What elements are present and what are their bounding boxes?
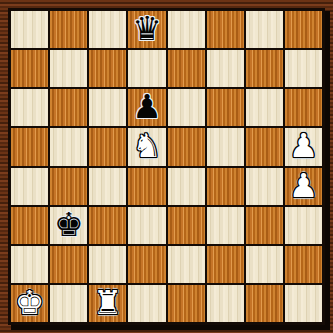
square-a3[interactable]: [11, 207, 48, 244]
square-d6[interactable]: ♟: [128, 89, 165, 126]
square-d7[interactable]: [128, 50, 165, 87]
square-a2[interactable]: [11, 246, 48, 283]
white-rook[interactable]: ♜: [93, 286, 123, 319]
square-a4[interactable]: [11, 168, 48, 205]
square-f4[interactable]: [207, 168, 244, 205]
square-f5[interactable]: [207, 128, 244, 165]
square-b8[interactable]: [50, 11, 87, 48]
white-king[interactable]: ♚: [15, 286, 45, 319]
black-queen[interactable]: ♛: [132, 12, 162, 45]
square-h7[interactable]: [285, 50, 322, 87]
square-g3[interactable]: [246, 207, 283, 244]
square-c8[interactable]: [89, 11, 126, 48]
square-c4[interactable]: [89, 168, 126, 205]
square-b4[interactable]: [50, 168, 87, 205]
square-c7[interactable]: [89, 50, 126, 87]
square-d4[interactable]: [128, 168, 165, 205]
square-h8[interactable]: [285, 11, 322, 48]
square-b7[interactable]: [50, 50, 87, 87]
square-h2[interactable]: [285, 246, 322, 283]
square-h3[interactable]: [285, 207, 322, 244]
square-d8[interactable]: ♛: [128, 11, 165, 48]
square-c1[interactable]: ♜: [89, 285, 126, 322]
square-e8[interactable]: [168, 11, 205, 48]
square-g4[interactable]: [246, 168, 283, 205]
square-e7[interactable]: [168, 50, 205, 87]
square-g6[interactable]: [246, 89, 283, 126]
square-b2[interactable]: [50, 246, 87, 283]
board-frame: ♛♟♞♟♟♚♚♜: [0, 0, 333, 333]
square-a7[interactable]: [11, 50, 48, 87]
square-e5[interactable]: [168, 128, 205, 165]
square-c5[interactable]: [89, 128, 126, 165]
square-b5[interactable]: [50, 128, 87, 165]
square-d3[interactable]: [128, 207, 165, 244]
square-c2[interactable]: [89, 246, 126, 283]
square-a5[interactable]: [11, 128, 48, 165]
square-g1[interactable]: [246, 285, 283, 322]
square-h1[interactable]: [285, 285, 322, 322]
square-b6[interactable]: [50, 89, 87, 126]
square-h5[interactable]: ♟: [285, 128, 322, 165]
square-a6[interactable]: [11, 89, 48, 126]
square-d5[interactable]: ♞: [128, 128, 165, 165]
square-c6[interactable]: [89, 89, 126, 126]
square-a1[interactable]: ♚: [11, 285, 48, 322]
square-f3[interactable]: [207, 207, 244, 244]
square-b1[interactable]: [50, 285, 87, 322]
square-d1[interactable]: [128, 285, 165, 322]
chess-board: ♛♟♞♟♟♚♚♜: [8, 8, 325, 325]
square-e4[interactable]: [168, 168, 205, 205]
square-f1[interactable]: [207, 285, 244, 322]
square-g8[interactable]: [246, 11, 283, 48]
square-h6[interactable]: [285, 89, 322, 126]
white-pawn[interactable]: ♟: [289, 129, 319, 162]
square-h4[interactable]: ♟: [285, 168, 322, 205]
square-b3[interactable]: ♚: [50, 207, 87, 244]
square-d2[interactable]: [128, 246, 165, 283]
square-g5[interactable]: [246, 128, 283, 165]
white-pawn[interactable]: ♟: [289, 169, 319, 202]
square-a8[interactable]: [11, 11, 48, 48]
square-e2[interactable]: [168, 246, 205, 283]
square-c3[interactable]: [89, 207, 126, 244]
black-pawn[interactable]: ♟: [132, 90, 162, 123]
square-e6[interactable]: [168, 89, 205, 126]
square-e3[interactable]: [168, 207, 205, 244]
square-e1[interactable]: [168, 285, 205, 322]
black-king[interactable]: ♚: [54, 208, 84, 241]
square-f6[interactable]: [207, 89, 244, 126]
square-f2[interactable]: [207, 246, 244, 283]
square-g7[interactable]: [246, 50, 283, 87]
square-f8[interactable]: [207, 11, 244, 48]
square-f7[interactable]: [207, 50, 244, 87]
square-g2[interactable]: [246, 246, 283, 283]
white-knight[interactable]: ♞: [132, 129, 162, 162]
